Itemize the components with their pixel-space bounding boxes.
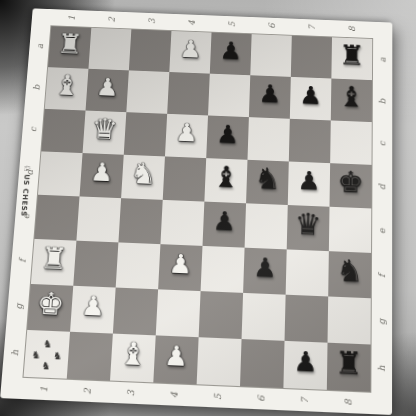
square-c1[interactable] — [41, 109, 85, 153]
square-b3[interactable] — [126, 70, 169, 113]
square-g1[interactable]: ♚ — [27, 284, 73, 332]
square-a2[interactable] — [88, 28, 131, 71]
square-b1[interactable]: ♝ — [45, 67, 89, 110]
square-h6[interactable] — [240, 339, 285, 388]
knight-icon: ♘ — [22, 164, 32, 172]
white-queen[interactable]: ♛ — [91, 114, 119, 143]
square-b2[interactable]: ♟ — [86, 69, 129, 112]
black-pawn[interactable]: ♟ — [216, 121, 240, 147]
square-b6[interactable]: ♟ — [249, 75, 291, 119]
square-h1[interactable]: ♞♞♞♞ — [24, 330, 71, 379]
knight-icon: ♞ — [38, 357, 55, 373]
square-d2[interactable]: ♟ — [80, 153, 124, 198]
white-king[interactable]: ♚ — [36, 288, 66, 320]
black-knight[interactable]: ♞ — [254, 163, 281, 193]
white-rook[interactable]: ♜ — [56, 30, 84, 58]
square-b8[interactable]: ♝ — [331, 79, 372, 123]
square-f4[interactable]: ♟ — [158, 244, 202, 291]
white-bishop[interactable]: ♝ — [119, 338, 148, 370]
square-d8[interactable]: ♚ — [330, 163, 372, 208]
square-e6[interactable] — [245, 203, 288, 249]
photo-background: 12345678 12345678 abcdefgh abcdefgh ♘ US… — [0, 0, 416, 416]
square-c8[interactable] — [330, 120, 372, 164]
square-a5[interactable]: ♟ — [210, 33, 252, 76]
white-pawn[interactable]: ♟ — [81, 292, 106, 320]
white-pawn[interactable]: ♟ — [95, 74, 119, 99]
square-f3[interactable] — [116, 242, 161, 289]
chess-board: 12345678 12345678 abcdefgh abcdefgh ♘ US… — [0, 8, 392, 415]
square-h4[interactable]: ♟ — [153, 335, 198, 384]
black-pawn[interactable]: ♟ — [258, 81, 281, 106]
square-g8[interactable] — [328, 296, 371, 344]
square-h7[interactable]: ♟ — [283, 341, 327, 390]
white-rook[interactable]: ♜ — [39, 243, 68, 274]
square-a6[interactable] — [250, 34, 292, 77]
square-e7[interactable]: ♛ — [287, 205, 330, 251]
white-pawn[interactable]: ♟ — [175, 119, 199, 145]
square-b4[interactable] — [167, 72, 210, 115]
white-pawn[interactable]: ♟ — [90, 159, 115, 185]
white-pawn[interactable]: ♟ — [164, 341, 189, 369]
file-labels-right: abcdefgh — [373, 39, 389, 392]
square-h3[interactable]: ♝ — [110, 334, 156, 383]
square-c6[interactable] — [247, 117, 289, 161]
square-g5[interactable] — [199, 291, 243, 339]
square-g4[interactable] — [156, 289, 201, 337]
square-c3[interactable] — [124, 112, 167, 156]
square-a4[interactable]: ♟ — [169, 31, 211, 74]
square-g3[interactable] — [113, 288, 158, 336]
square-d3[interactable]: ♞ — [121, 155, 165, 200]
square-c7[interactable] — [289, 119, 331, 163]
square-e8[interactable] — [329, 207, 371, 253]
black-bishop[interactable]: ♝ — [212, 162, 240, 192]
black-rook[interactable]: ♜ — [335, 347, 363, 380]
square-d1[interactable] — [38, 151, 83, 196]
black-pawn[interactable]: ♟ — [219, 38, 242, 63]
white-knight[interactable]: ♞ — [129, 158, 157, 188]
black-pawn[interactable]: ♟ — [212, 207, 236, 234]
white-pawn[interactable]: ♟ — [168, 250, 193, 277]
white-pawn[interactable]: ♟ — [179, 36, 202, 61]
square-f7[interactable] — [286, 249, 329, 296]
black-pawn[interactable]: ♟ — [297, 167, 321, 193]
square-c2[interactable]: ♛ — [83, 111, 127, 155]
black-pawn[interactable]: ♟ — [299, 82, 322, 107]
square-c4[interactable]: ♟ — [165, 114, 208, 158]
square-h8[interactable]: ♜ — [327, 343, 371, 392]
square-f5[interactable] — [201, 246, 245, 293]
square-a7[interactable] — [291, 36, 332, 79]
square-b7[interactable]: ♟ — [290, 77, 332, 121]
square-f8[interactable]: ♞ — [328, 251, 371, 298]
uschess-logo-text: US CHESS — [19, 174, 30, 217]
square-h2[interactable] — [67, 332, 113, 381]
square-d7[interactable]: ♟ — [288, 161, 330, 206]
white-bishop[interactable]: ♝ — [53, 71, 81, 100]
square-e3[interactable] — [118, 198, 162, 244]
black-bishop[interactable]: ♝ — [338, 82, 364, 111]
square-a3[interactable] — [129, 29, 172, 72]
square-g7[interactable] — [285, 295, 329, 343]
black-queen[interactable]: ♛ — [295, 209, 322, 240]
square-e2[interactable] — [76, 196, 121, 242]
uschess-corner-logo: ♞♞♞♞ — [25, 332, 68, 376]
square-f1[interactable]: ♜ — [31, 239, 77, 286]
square-h5[interactable] — [197, 337, 242, 386]
square-g2[interactable]: ♟ — [70, 286, 116, 334]
square-g6[interactable] — [242, 293, 286, 341]
black-rook[interactable]: ♜ — [339, 41, 365, 69]
black-knight[interactable]: ♞ — [336, 255, 363, 286]
square-c5[interactable]: ♟ — [206, 115, 249, 159]
board-grid: ♜♟♟♜♝♟♟♟♝♛♟♟♟♞♝♞♟♚♟♛♜♟♟♞♚♟♞♞♞♞♝♟♟♜ — [24, 26, 373, 391]
square-f6[interactable]: ♟ — [243, 248, 287, 295]
black-king[interactable]: ♚ — [337, 167, 364, 197]
black-pawn[interactable]: ♟ — [293, 347, 317, 375]
square-a8[interactable]: ♜ — [331, 37, 372, 80]
board-border: 12345678 12345678 abcdefgh abcdefgh ♘ US… — [0, 8, 392, 415]
square-b5[interactable] — [208, 74, 250, 117]
square-e5[interactable]: ♟ — [202, 202, 246, 248]
square-e1[interactable] — [34, 195, 79, 241]
square-f2[interactable] — [73, 241, 118, 288]
black-pawn[interactable]: ♟ — [253, 254, 277, 281]
square-d4[interactable] — [163, 156, 206, 201]
square-e4[interactable] — [160, 200, 204, 246]
square-a1[interactable]: ♜ — [48, 26, 91, 69]
square-d5[interactable]: ♝ — [204, 158, 247, 203]
square-d6[interactable]: ♞ — [246, 160, 289, 205]
